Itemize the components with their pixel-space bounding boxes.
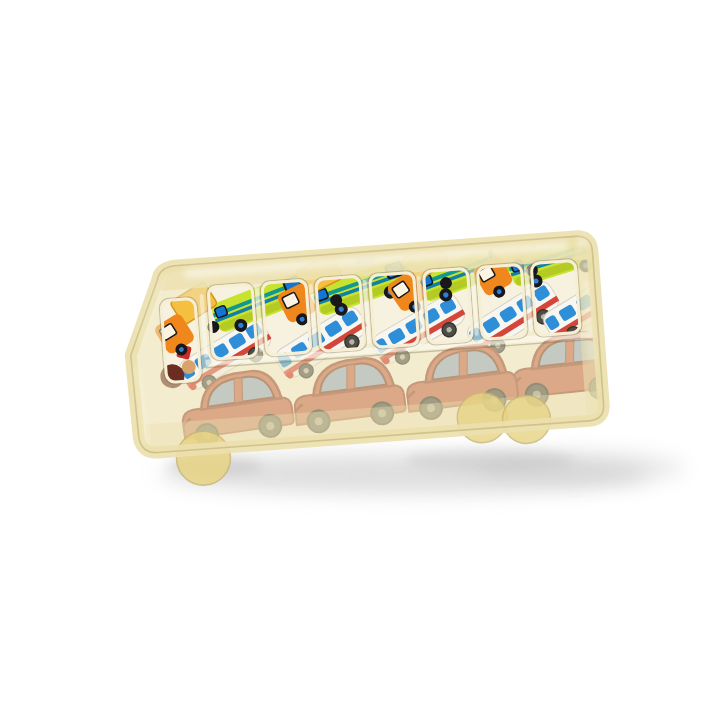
product-photo-canvas [0, 0, 720, 720]
bus-eraser-case-photo [0, 0, 720, 720]
shadow-rear-wheels [405, 449, 575, 471]
